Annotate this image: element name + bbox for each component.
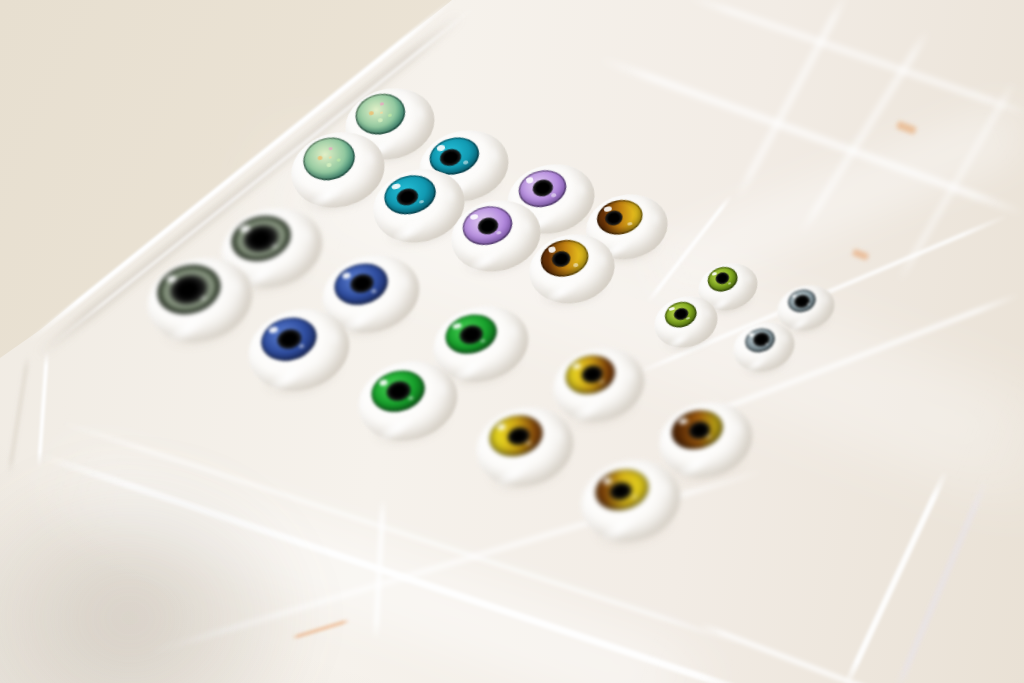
tray-far-divider (687, 0, 1024, 116)
eye-yellow-hazel-b (468, 397, 582, 496)
eye-green-b (350, 350, 467, 451)
tray-right-corner-outer (842, 470, 949, 683)
tray-sheen-3 (629, 91, 1024, 308)
tray-glint-warm-1 (895, 120, 918, 135)
eye-amber-hazel-b (573, 450, 689, 552)
doll-eyes-photo (0, 0, 1024, 683)
tray-glint-warm-2 (851, 248, 870, 261)
tray-right-corner-inner (894, 479, 988, 683)
